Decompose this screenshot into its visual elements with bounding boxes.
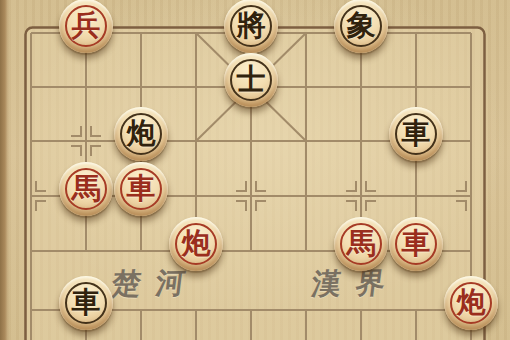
xiangqi-board[interactable]: 楚河 漢界 兵將象士炮車馬車炮馬車車炮 [0, 0, 510, 340]
piece-red-chariot[interactable]: 車 [389, 217, 443, 271]
piece-red-soldier[interactable]: 兵 [59, 0, 113, 53]
piece-glyph: 車 [127, 174, 156, 203]
piece-red-cannon[interactable]: 炮 [169, 217, 223, 271]
piece-glyph: 車 [402, 229, 431, 258]
piece-glyph: 象 [347, 11, 376, 40]
piece-black-advisor[interactable]: 士 [224, 53, 278, 107]
piece-glyph: 兵 [72, 11, 101, 40]
piece-glyph: 將 [237, 11, 266, 40]
piece-red-horse[interactable]: 馬 [59, 162, 113, 216]
piece-glyph: 炮 [182, 229, 211, 258]
piece-glyph: 馬 [72, 174, 101, 203]
piece-glyph: 炮 [127, 119, 156, 148]
piece-glyph: 車 [72, 288, 101, 317]
pieces-layer: 兵將象士炮車馬車炮馬車車炮 [0, 0, 510, 340]
piece-black-elephant[interactable]: 象 [334, 0, 388, 53]
piece-red-cannon[interactable]: 炮 [444, 276, 498, 330]
piece-black-general[interactable]: 將 [224, 0, 278, 53]
piece-black-cannon[interactable]: 炮 [114, 107, 168, 161]
piece-glyph: 車 [402, 119, 431, 148]
piece-black-chariot[interactable]: 車 [389, 107, 443, 161]
piece-glyph: 士 [237, 65, 266, 94]
piece-black-chariot[interactable]: 車 [59, 276, 113, 330]
piece-glyph: 炮 [457, 288, 486, 317]
piece-red-chariot[interactable]: 車 [114, 162, 168, 216]
piece-glyph: 馬 [347, 229, 376, 258]
piece-red-horse[interactable]: 馬 [334, 217, 388, 271]
